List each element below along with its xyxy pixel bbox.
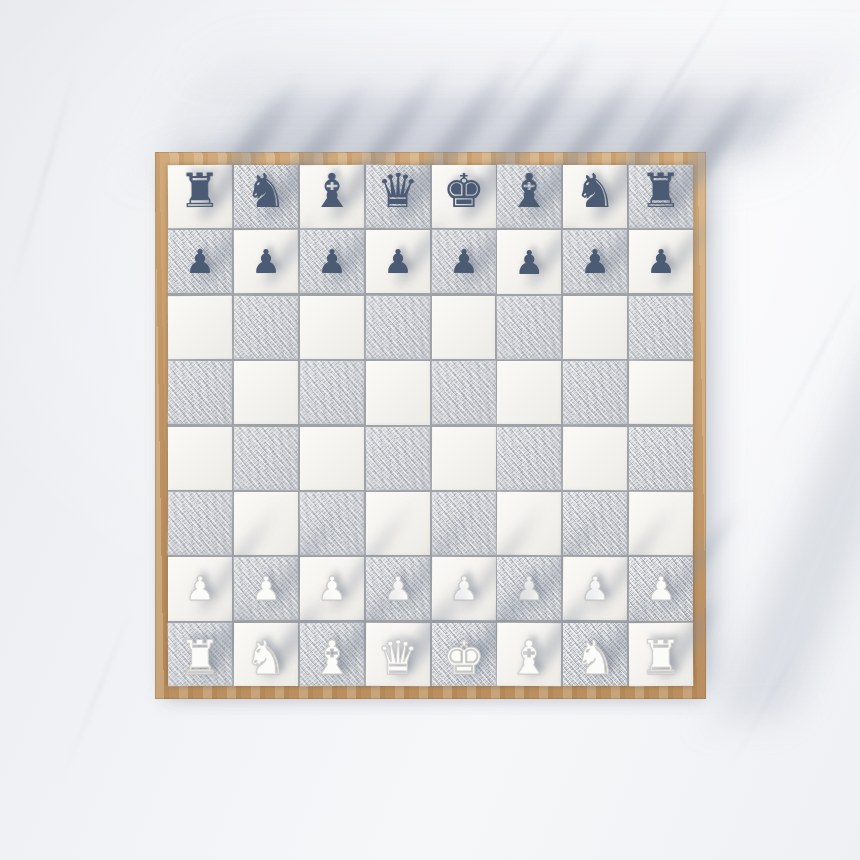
square-f5 [497,361,561,425]
piece-black-pawn-e7: ♟ [431,230,495,294]
piece-black-knight-g8: ♞ [563,159,627,222]
marble-vein [8,59,80,300]
square-e1: ♚ [431,623,495,687]
square-b1: ♞ [234,623,298,687]
square-f1: ♝ [497,622,561,686]
piece-black-rook-a8: ♜ [168,159,232,223]
square-a6 [168,296,232,360]
square-g5 [563,361,627,425]
square-b6 [234,296,298,360]
piece-black-knight-b8: ♞ [234,159,298,223]
piece-black-pawn-b7: ♟ [234,230,298,294]
square-b7: ♟ [234,230,298,294]
square-c4 [300,427,364,490]
square-d5 [366,361,430,424]
piece-white-knight-b1: ♞ [234,626,298,690]
square-d1: ♛ [365,622,429,686]
square-f7: ♟ [497,230,561,293]
square-f4 [497,426,561,490]
piece-white-bishop-f1: ♝ [497,625,561,689]
square-h1: ♜ [629,622,693,686]
piece-white-pawn-a2: ♟ [168,557,232,620]
piece-black-bishop-f8: ♝ [497,159,561,223]
piece-white-queen-d1: ♛ [365,625,429,689]
square-c7: ♟ [300,230,364,294]
square-a3 [168,492,232,556]
square-g4 [563,426,627,490]
square-e6 [432,296,496,359]
chess-board: ♜♞♝♛♚♝♞♜♟♟♟♟♟♟♟♟♟♟♟♟♟♟♟♟♜♞♝♛♚♝♞♜ [155,152,706,699]
square-a7: ♟ [168,230,232,294]
square-a5 [168,361,232,425]
piece-black-pawn-g7: ♟ [563,230,627,294]
piece-black-bishop-c8: ♝ [300,159,364,223]
square-e5 [431,361,495,425]
square-a8: ♜ [168,165,232,229]
square-g1: ♞ [563,623,627,686]
square-f6 [497,295,561,359]
square-c6 [300,296,364,360]
piece-black-pawn-h7: ♟ [629,230,693,294]
square-a1: ♜ [168,622,232,686]
piece-black-queen-d8: ♛ [365,159,429,223]
piece-black-pawn-d7: ♟ [366,230,430,294]
piece-white-bishop-c1: ♝ [300,625,364,689]
piece-black-rook-h8: ♜ [629,159,693,223]
square-e4 [431,426,495,490]
marble-vein [58,602,136,789]
piece-white-rook-h1: ♜ [629,625,693,689]
square-b5 [234,361,298,425]
square-c1: ♝ [300,622,364,686]
square-d7: ♟ [366,230,430,294]
square-d4 [365,426,429,490]
square-c5 [299,361,363,425]
piece-white-rook-a1: ♜ [168,625,232,689]
piece-black-king-e8: ♚ [431,159,495,223]
square-h5 [629,361,693,425]
piece-black-pawn-c7: ♟ [300,230,364,294]
square-g7: ♟ [563,230,627,294]
square-e7: ♟ [431,230,495,294]
piece-black-pawn-f7: ♟ [497,230,561,293]
square-h6 [629,296,693,360]
square-b4 [234,426,298,490]
piece-white-knight-g1: ♞ [563,626,627,689]
square-h7: ♟ [629,230,693,294]
square-g6 [563,296,627,360]
square-a2: ♟ [168,557,232,620]
photo-scene: ♜♞♝♛♚♝♞♜♟♟♟♟♟♟♟♟♟♟♟♟♟♟♟♟♜♞♝♛♚♝♞♜ [0,0,860,860]
piece-white-king-e1: ♚ [431,626,495,690]
square-h4 [629,426,693,490]
board-grid: ♜♞♝♛♚♝♞♜♟♟♟♟♟♟♟♟♟♟♟♟♟♟♟♟♜♞♝♛♚♝♞♜ [168,165,693,686]
square-a4 [168,426,232,490]
square-d6 [365,295,429,359]
piece-black-pawn-a7: ♟ [168,230,232,294]
